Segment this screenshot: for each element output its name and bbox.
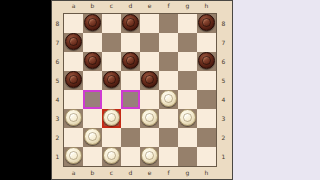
square-h5[interactable] [197, 71, 216, 90]
square-c7[interactable] [102, 33, 121, 52]
rank-label-2: 2 [219, 128, 228, 147]
rank-label-5: 5 [219, 71, 228, 90]
square-e4[interactable] [140, 90, 159, 109]
square-b8[interactable] [83, 14, 102, 33]
square-c1[interactable] [102, 147, 121, 166]
square-f7[interactable] [159, 33, 178, 52]
file-labels-bottom: abcdefgh [64, 170, 216, 179]
black-piece-e5[interactable] [141, 71, 158, 88]
file-label-f: f [159, 3, 178, 12]
file-label-e: e [140, 3, 159, 12]
square-d7[interactable] [121, 33, 140, 52]
rank-label-7: 7 [219, 33, 228, 52]
square-f6[interactable] [159, 52, 178, 71]
square-a3[interactable] [64, 109, 83, 128]
square-c4[interactable] [102, 90, 121, 109]
square-b3[interactable] [83, 109, 102, 128]
square-d8[interactable] [121, 14, 140, 33]
file-label-a: a [64, 3, 83, 12]
square-d3[interactable] [121, 109, 140, 128]
file-labels-top: abcdefgh [64, 3, 216, 12]
black-piece-a7[interactable] [65, 33, 82, 50]
square-d1[interactable] [121, 147, 140, 166]
square-a4[interactable] [64, 90, 83, 109]
rank-label-8: 8 [53, 14, 62, 33]
rank-label-4: 4 [219, 90, 228, 109]
square-b6[interactable] [83, 52, 102, 71]
square-e7[interactable] [140, 33, 159, 52]
checkers-board [63, 13, 217, 167]
square-f2[interactable] [159, 128, 178, 147]
square-g1[interactable] [178, 147, 197, 166]
square-d4[interactable] [121, 90, 140, 109]
white-piece-a3[interactable] [65, 109, 82, 126]
black-piece-b8[interactable] [84, 14, 101, 31]
rank-label-2: 2 [53, 128, 62, 147]
square-a5[interactable] [64, 71, 83, 90]
square-h8[interactable] [197, 14, 216, 33]
square-h3[interactable] [197, 109, 216, 128]
board-frame: abcdefgh abcdefgh 87654321 87654321 [51, 0, 233, 180]
square-c3[interactable] [102, 109, 121, 128]
square-a8[interactable] [64, 14, 83, 33]
square-h7[interactable] [197, 33, 216, 52]
white-piece-c1[interactable] [103, 147, 120, 164]
square-c2[interactable] [102, 128, 121, 147]
white-piece-e3[interactable] [141, 109, 158, 126]
rank-label-7: 7 [53, 33, 62, 52]
square-b2[interactable] [83, 128, 102, 147]
square-e8[interactable] [140, 14, 159, 33]
white-piece-e1[interactable] [141, 147, 158, 164]
file-label-b: b [83, 170, 102, 179]
white-piece-c3[interactable] [103, 109, 120, 126]
rank-label-4: 4 [53, 90, 62, 109]
square-g7[interactable] [178, 33, 197, 52]
black-piece-b6[interactable] [84, 52, 101, 69]
file-label-d: d [121, 170, 140, 179]
square-f5[interactable] [159, 71, 178, 90]
file-label-h: h [197, 170, 216, 179]
square-b7[interactable] [83, 33, 102, 52]
square-h4[interactable] [197, 90, 216, 109]
file-label-d: d [121, 3, 140, 12]
square-d5[interactable] [121, 71, 140, 90]
square-b4[interactable] [83, 90, 102, 109]
black-piece-a5[interactable] [65, 71, 82, 88]
black-piece-d6[interactable] [122, 52, 139, 69]
square-a2[interactable] [64, 128, 83, 147]
letterbox-left [0, 0, 51, 180]
rank-label-5: 5 [53, 71, 62, 90]
square-h1[interactable] [197, 147, 216, 166]
square-d6[interactable] [121, 52, 140, 71]
file-label-g: g [178, 170, 197, 179]
black-piece-h8[interactable] [198, 14, 215, 31]
square-f8[interactable] [159, 14, 178, 33]
square-e6[interactable] [140, 52, 159, 71]
white-piece-b2[interactable] [84, 128, 101, 145]
rank-label-1: 1 [219, 147, 228, 166]
square-b1[interactable] [83, 147, 102, 166]
square-g5[interactable] [178, 71, 197, 90]
square-h6[interactable] [197, 52, 216, 71]
rank-labels-right: 87654321 [219, 14, 228, 166]
black-piece-h6[interactable] [198, 52, 215, 69]
file-label-c: c [102, 170, 121, 179]
square-b5[interactable] [83, 71, 102, 90]
file-label-a: a [64, 170, 83, 179]
black-piece-d8[interactable] [122, 14, 139, 31]
square-d2[interactable] [121, 128, 140, 147]
square-f1[interactable] [159, 147, 178, 166]
file-label-e: e [140, 170, 159, 179]
square-g4[interactable] [178, 90, 197, 109]
square-g3[interactable] [178, 109, 197, 128]
video-frame: abcdefgh abcdefgh 87654321 87654321 [0, 0, 320, 180]
white-piece-f4[interactable] [160, 90, 177, 107]
square-e2[interactable] [140, 128, 159, 147]
file-label-g: g [178, 3, 197, 12]
square-c6[interactable] [102, 52, 121, 71]
square-a6[interactable] [64, 52, 83, 71]
rank-labels-left: 87654321 [53, 14, 62, 166]
square-e3[interactable] [140, 109, 159, 128]
file-label-f: f [159, 170, 178, 179]
square-c8[interactable] [102, 14, 121, 33]
black-piece-c5[interactable] [103, 71, 120, 88]
square-h2[interactable] [197, 128, 216, 147]
square-e5[interactable] [140, 71, 159, 90]
file-label-c: c [102, 3, 121, 12]
rank-label-3: 3 [219, 109, 228, 128]
white-piece-g3[interactable] [179, 109, 196, 126]
rank-label-3: 3 [53, 109, 62, 128]
square-c5[interactable] [102, 71, 121, 90]
square-f3[interactable] [159, 109, 178, 128]
file-label-h: h [197, 3, 216, 12]
rank-label-6: 6 [53, 52, 62, 71]
square-g8[interactable] [178, 14, 197, 33]
rank-label-1: 1 [53, 147, 62, 166]
square-f4[interactable] [159, 90, 178, 109]
rank-label-8: 8 [219, 14, 228, 33]
square-e1[interactable] [140, 147, 159, 166]
file-label-b: b [83, 3, 102, 12]
square-a1[interactable] [64, 147, 83, 166]
rank-label-6: 6 [219, 52, 228, 71]
square-g6[interactable] [178, 52, 197, 71]
square-a7[interactable] [64, 33, 83, 52]
white-piece-a1[interactable] [65, 147, 82, 164]
square-g2[interactable] [178, 128, 197, 147]
